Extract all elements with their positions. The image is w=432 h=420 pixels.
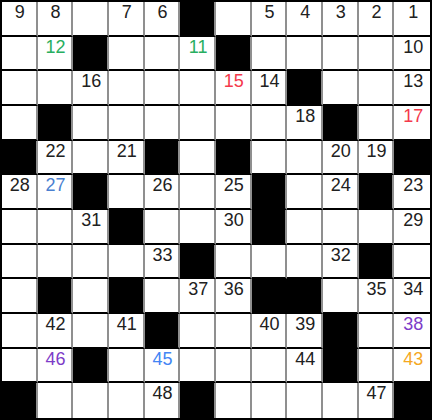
clue-number-27: 27 — [45, 175, 65, 194]
cell-r4-c8[interactable] — [252, 106, 288, 141]
cell-r1-c9[interactable]: 4 — [287, 2, 323, 37]
cell-r2-c9[interactable] — [287, 37, 323, 72]
cell-r5-c10[interactable]: 20 — [323, 141, 359, 176]
black-cell-r8-c11 — [359, 245, 395, 280]
clue-number-11: 11 — [189, 37, 208, 56]
black-cell-r1-c6 — [180, 2, 216, 37]
cell-r10-c4[interactable]: 41 — [109, 314, 145, 349]
cell-r6-c10[interactable]: 24 — [323, 175, 359, 210]
clue-number-21: 21 — [117, 141, 137, 160]
cell-r1-c8[interactable]: 5 — [252, 2, 288, 37]
clue-number-1: 1 — [408, 2, 418, 21]
cell-r1-c7[interactable] — [216, 2, 252, 37]
cell-r10-c1[interactable] — [2, 314, 38, 349]
cell-r3-c12[interactable]: 13 — [394, 71, 430, 106]
cell-r7-c3[interactable]: 31 — [73, 210, 109, 245]
cell-r3-c11[interactable] — [359, 71, 395, 106]
cell-r1-c12[interactable]: 1 — [394, 2, 430, 37]
cell-r4-c5[interactable] — [145, 106, 181, 141]
cell-r6-c9[interactable] — [287, 175, 323, 210]
clue-number-28: 28 — [10, 175, 30, 194]
clue-number-42: 42 — [45, 314, 65, 333]
clue-number-7: 7 — [122, 2, 132, 21]
cell-r3-c4[interactable] — [109, 71, 145, 106]
cell-r1-c4[interactable]: 7 — [109, 2, 145, 37]
black-cell-r6-c3 — [73, 175, 109, 210]
clue-number-16: 16 — [81, 71, 101, 90]
black-cell-r4-c10 — [323, 106, 359, 141]
cell-r9-c5[interactable] — [145, 279, 181, 314]
black-cell-r10-c10 — [323, 314, 359, 349]
clue-number-36: 36 — [224, 279, 244, 298]
cell-r12-c4[interactable] — [109, 383, 145, 418]
cell-r3-c5[interactable] — [145, 71, 181, 106]
cell-r7-c6[interactable] — [180, 210, 216, 245]
cell-r5-c2[interactable]: 22 — [38, 141, 74, 176]
clue-number-46: 46 — [45, 349, 65, 368]
clue-number-14: 14 — [259, 71, 279, 90]
clue-number-3: 3 — [336, 2, 346, 21]
black-cell-r12-c12 — [394, 383, 430, 418]
clue-number-18: 18 — [295, 106, 315, 125]
cell-r1-c11[interactable]: 2 — [359, 2, 395, 37]
cell-r12-c9[interactable] — [287, 383, 323, 418]
cell-r8-c3[interactable] — [73, 245, 109, 280]
cell-r10-c2[interactable]: 42 — [38, 314, 74, 349]
black-cell-r6-c8 — [252, 175, 288, 210]
cell-r9-c6[interactable]: 37 — [180, 279, 216, 314]
cell-r10-c12[interactable]: 38 — [394, 314, 430, 349]
cell-r1-c3[interactable] — [73, 2, 109, 37]
clue-number-26: 26 — [152, 175, 172, 194]
clue-number-13: 13 — [403, 71, 423, 90]
cell-r3-c6[interactable] — [180, 71, 216, 106]
cell-r10-c7[interactable] — [216, 314, 252, 349]
cell-r2-c1[interactable] — [2, 37, 38, 72]
cell-r7-c2[interactable] — [38, 210, 74, 245]
cell-r10-c11[interactable] — [359, 314, 395, 349]
cell-r2-c12[interactable]: 10 — [394, 37, 430, 72]
clue-number-35: 35 — [366, 279, 386, 298]
cell-r6-c1[interactable]: 28 — [2, 175, 38, 210]
cell-r10-c8[interactable]: 40 — [252, 314, 288, 349]
black-cell-r9-c9 — [287, 279, 323, 314]
cell-r8-c5[interactable]: 33 — [145, 245, 181, 280]
clue-number-31: 31 — [81, 210, 101, 229]
black-cell-r2-c3 — [73, 37, 109, 72]
cell-r3-c2[interactable] — [38, 71, 74, 106]
cell-r11-c11[interactable] — [359, 349, 395, 384]
clue-number-44: 44 — [295, 349, 315, 368]
cell-r5-c9[interactable] — [287, 141, 323, 176]
cell-r5-c3[interactable] — [73, 141, 109, 176]
black-cell-r6-c11 — [359, 175, 395, 210]
clue-number-40: 40 — [259, 314, 279, 333]
cell-r2-c6[interactable]: 11 — [180, 37, 216, 72]
cell-r4-c3[interactable] — [73, 106, 109, 141]
cell-r3-c10[interactable] — [323, 71, 359, 106]
cell-r7-c12[interactable]: 29 — [394, 210, 430, 245]
clue-number-9: 9 — [15, 2, 25, 21]
clue-number-37: 37 — [188, 279, 208, 298]
cell-r3-c7[interactable]: 15 — [216, 71, 252, 106]
cell-r7-c1[interactable] — [2, 210, 38, 245]
cell-r9-c7[interactable]: 36 — [216, 279, 252, 314]
cell-r9-c12[interactable]: 34 — [394, 279, 430, 314]
clue-number-23: 23 — [403, 175, 423, 194]
clue-number-15: 15 — [224, 71, 244, 90]
cell-r3-c8[interactable]: 14 — [252, 71, 288, 106]
clue-number-24: 24 — [331, 175, 351, 194]
clue-number-41: 41 — [117, 314, 137, 333]
black-cell-r7-c4 — [109, 210, 145, 245]
cell-r1-c1[interactable]: 9 — [2, 2, 38, 37]
black-cell-r7-c8 — [252, 210, 288, 245]
clue-number-45: 45 — [152, 349, 172, 368]
black-cell-r5-c7 — [216, 141, 252, 176]
clue-number-10: 10 — [403, 37, 423, 56]
black-cell-r9-c2 — [38, 279, 74, 314]
cell-r5-c8[interactable] — [252, 141, 288, 176]
black-cell-r8-c6 — [180, 245, 216, 280]
cell-r1-c5[interactable]: 6 — [145, 2, 181, 37]
clue-number-29: 29 — [403, 210, 423, 229]
cell-r12-c8[interactable] — [252, 383, 288, 418]
cell-r6-c2[interactable]: 27 — [38, 175, 74, 210]
black-cell-r11-c3 — [73, 349, 109, 384]
clue-number-6: 6 — [157, 2, 167, 21]
cell-r4-c6[interactable] — [180, 106, 216, 141]
cell-r11-c6[interactable] — [180, 349, 216, 384]
cell-r4-c12[interactable]: 17 — [394, 106, 430, 141]
cell-r8-c4[interactable] — [109, 245, 145, 280]
cell-r12-c5[interactable]: 48 — [145, 383, 181, 418]
cell-r4-c4[interactable] — [109, 106, 145, 141]
clue-number-25: 25 — [224, 175, 244, 194]
clue-number-17: 17 — [403, 106, 423, 125]
black-cell-r3-c9 — [287, 71, 323, 106]
cell-r2-c10[interactable] — [323, 37, 359, 72]
black-cell-r12-c1 — [2, 383, 38, 418]
cell-r6-c7[interactable]: 25 — [216, 175, 252, 210]
clue-number-38: 38 — [403, 314, 423, 333]
cell-r12-c10[interactable] — [323, 383, 359, 418]
clue-number-34: 34 — [403, 279, 423, 298]
cell-r11-c2[interactable]: 46 — [38, 349, 74, 384]
cell-r12-c3[interactable] — [73, 383, 109, 418]
cell-r8-c10[interactable]: 32 — [323, 245, 359, 280]
cell-r8-c1[interactable] — [2, 245, 38, 280]
cell-r4-c1[interactable] — [2, 106, 38, 141]
cell-r2-c11[interactable] — [359, 37, 395, 72]
cell-r5-c4[interactable]: 21 — [109, 141, 145, 176]
cell-r7-c10[interactable] — [323, 210, 359, 245]
cell-r4-c9[interactable]: 18 — [287, 106, 323, 141]
clue-number-4: 4 — [300, 2, 310, 21]
cell-r4-c11[interactable] — [359, 106, 395, 141]
clue-number-30: 30 — [224, 210, 244, 229]
black-cell-r5-c12 — [394, 141, 430, 176]
cell-r2-c8[interactable] — [252, 37, 288, 72]
black-cell-r12-c6 — [180, 383, 216, 418]
cell-r12-c11[interactable]: 47 — [359, 383, 395, 418]
black-cell-r11-c10 — [323, 349, 359, 384]
clue-number-20: 20 — [331, 141, 351, 160]
cell-r8-c12[interactable] — [394, 245, 430, 280]
cell-r8-c2[interactable] — [38, 245, 74, 280]
cell-r6-c4[interactable] — [109, 175, 145, 210]
cell-r12-c2[interactable] — [38, 383, 74, 418]
cell-r2-c2[interactable]: 12 — [38, 37, 74, 72]
cell-r10-c6[interactable] — [180, 314, 216, 349]
clue-number-43: 43 — [403, 349, 423, 368]
black-cell-r5-c5 — [145, 141, 181, 176]
cell-r6-c5[interactable]: 26 — [145, 175, 181, 210]
clue-number-22: 22 — [45, 141, 65, 160]
cell-r11-c5[interactable]: 45 — [145, 349, 181, 384]
cell-r8-c8[interactable] — [252, 245, 288, 280]
cell-r9-c11[interactable]: 35 — [359, 279, 395, 314]
cell-r7-c7[interactable]: 30 — [216, 210, 252, 245]
clue-number-5: 5 — [264, 2, 274, 21]
clue-number-12: 12 — [45, 37, 65, 56]
black-cell-r9-c8 — [252, 279, 288, 314]
clue-number-33: 33 — [152, 245, 172, 264]
black-cell-r4-c2 — [38, 106, 74, 141]
cell-r3-c3[interactable]: 16 — [73, 71, 109, 106]
cell-r11-c12[interactable]: 43 — [394, 349, 430, 384]
cell-r9-c10[interactable] — [323, 279, 359, 314]
cell-r10-c9[interactable]: 39 — [287, 314, 323, 349]
cell-r3-c1[interactable] — [2, 71, 38, 106]
cell-r7-c11[interactable] — [359, 210, 395, 245]
black-cell-r9-c4 — [109, 279, 145, 314]
cell-r6-c12[interactable]: 23 — [394, 175, 430, 210]
clue-number-39: 39 — [295, 314, 315, 333]
cell-r11-c8[interactable] — [252, 349, 288, 384]
clue-number-19: 19 — [366, 141, 386, 160]
cell-r4-c7[interactable] — [216, 106, 252, 141]
cell-r11-c4[interactable] — [109, 349, 145, 384]
cell-r5-c6[interactable] — [180, 141, 216, 176]
cell-r11-c7[interactable] — [216, 349, 252, 384]
clue-number-48: 48 — [152, 383, 172, 402]
clue-number-47: 47 — [366, 383, 386, 402]
clue-number-32: 32 — [331, 245, 351, 264]
cell-r5-c11[interactable]: 19 — [359, 141, 395, 176]
black-cell-r2-c7 — [216, 37, 252, 72]
cell-r8-c9[interactable] — [287, 245, 323, 280]
cell-r7-c5[interactable] — [145, 210, 181, 245]
cell-r11-c1[interactable] — [2, 349, 38, 384]
cell-r9-c1[interactable] — [2, 279, 38, 314]
cell-r6-c6[interactable] — [180, 175, 216, 210]
clue-number-8: 8 — [50, 2, 60, 21]
clue-number-2: 2 — [371, 2, 381, 21]
cell-r9-c3[interactable] — [73, 279, 109, 314]
cell-r12-c7[interactable] — [216, 383, 252, 418]
cell-r1-c10[interactable]: 3 — [323, 2, 359, 37]
cell-r11-c9[interactable]: 44 — [287, 349, 323, 384]
black-cell-r10-c5 — [145, 314, 181, 349]
cell-r1-c2[interactable]: 8 — [38, 2, 74, 37]
black-cell-r5-c1 — [2, 141, 38, 176]
cell-r8-c7[interactable] — [216, 245, 252, 280]
cell-r2-c4[interactable] — [109, 37, 145, 72]
cell-r10-c3[interactable] — [73, 314, 109, 349]
cell-r7-c9[interactable] — [287, 210, 323, 245]
cell-r2-c5[interactable] — [145, 37, 181, 72]
crossword-board: 9876543211211101615141318172221201928272… — [0, 0, 432, 420]
